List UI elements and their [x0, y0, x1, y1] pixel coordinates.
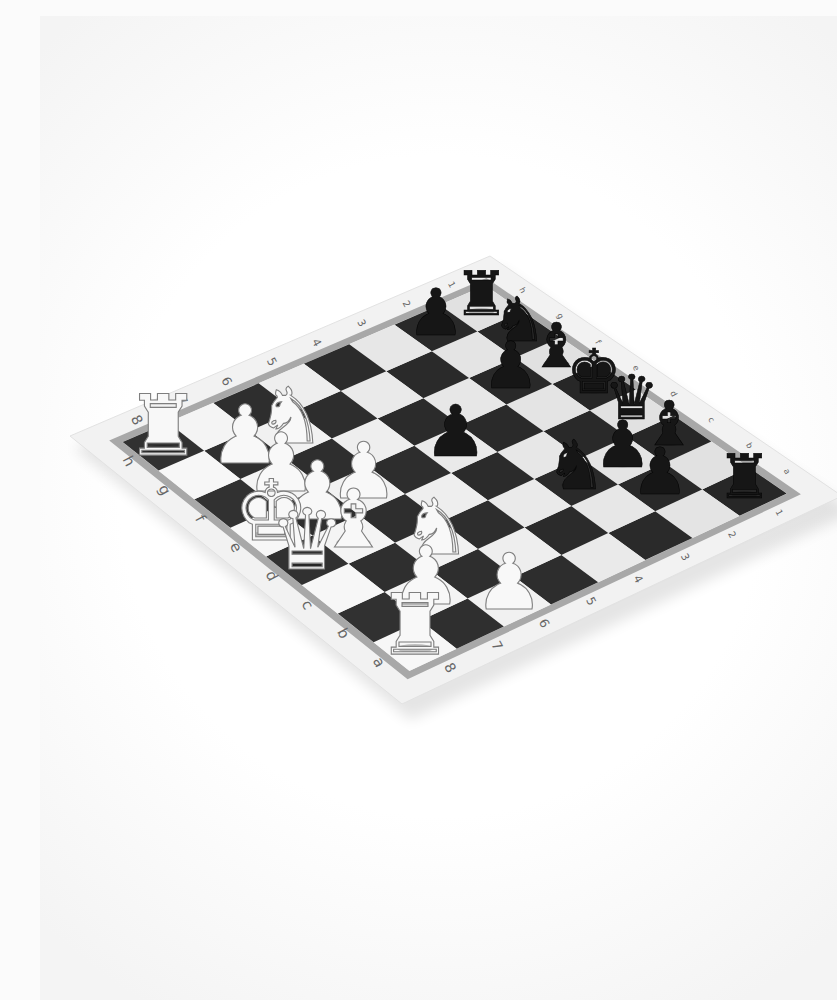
piece-black-pawn-h2: ♟: [407, 275, 465, 350]
piece-black-pawn-b2: ♟: [631, 434, 689, 509]
board-photo: 1122334455667788aabbccddeeffgghh♜♟♞♝♟♚♛♞…: [40, 16, 837, 1000]
piece-black-knight-c3: ♞: [545, 426, 606, 505]
chess-set-photo: 1122334455667788aabbccddeeffgghh♜♟♞♝♟♚♛♞…: [40, 16, 837, 1000]
piece-white-rook-a8: ♜: [377, 576, 453, 674]
piece-black-pawn-e4: ♟: [424, 390, 488, 473]
piece-black-pawn-f2: ♟: [481, 328, 539, 403]
piece-white-rook-h8: ♜: [126, 377, 202, 475]
piece-white-queen-d8: ♛: [269, 491, 345, 589]
piece-black-rook-a1: ♜: [717, 441, 772, 513]
piece-white-pawn-a6: ♟: [474, 537, 544, 627]
